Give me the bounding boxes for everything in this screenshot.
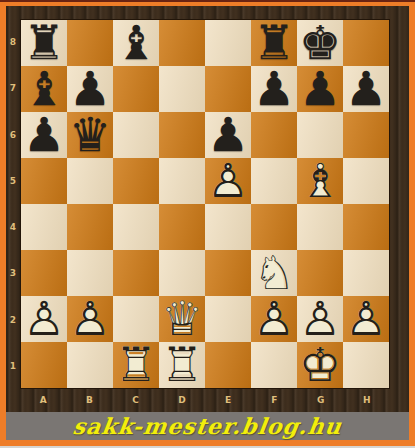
square-b4 [67, 204, 113, 250]
white-bishop: ♝♗ [297, 158, 343, 204]
black-pawn: ♟ [21, 112, 67, 158]
square-f8: ♜ [251, 20, 297, 66]
square-a5 [21, 158, 67, 204]
square-c4 [113, 204, 159, 250]
black-bishop: ♝ [21, 66, 67, 112]
square-f6 [251, 112, 297, 158]
square-h6 [343, 112, 389, 158]
square-b2: ♟♙ [67, 296, 113, 342]
square-b7: ♟ [67, 66, 113, 112]
square-f2: ♟♙ [251, 296, 297, 342]
square-g2: ♟♙ [297, 296, 343, 342]
wood-frame: 87654321 ABCDEFGH ♜♝♜♚♝♟♟♟♟♟♛♟♟♙♝♗♞♘♟♙♟♙… [6, 6, 409, 412]
square-g4 [297, 204, 343, 250]
square-e2 [205, 296, 251, 342]
file-label-e: E [205, 390, 251, 410]
watermark-text: sakk-mester.blog.hu [71, 413, 344, 439]
square-e7 [205, 66, 251, 112]
square-e4 [205, 204, 251, 250]
rank-labels: 87654321 [6, 19, 20, 389]
square-h3 [343, 250, 389, 296]
square-c2 [113, 296, 159, 342]
file-label-a: A [20, 390, 66, 410]
file-labels: ABCDEFGH [20, 390, 390, 410]
black-pawn: ♟ [205, 112, 251, 158]
square-a3 [21, 250, 67, 296]
square-f1 [251, 342, 297, 388]
square-h4 [343, 204, 389, 250]
square-g5: ♝♗ [297, 158, 343, 204]
file-label-g: G [298, 390, 344, 410]
square-d8 [159, 20, 205, 66]
top-edge-line [0, 0, 415, 2]
white-knight: ♞♘ [251, 250, 297, 296]
rank-label-6: 6 [6, 112, 20, 158]
white-pawn: ♟♙ [297, 296, 343, 342]
white-pawn: ♟♙ [205, 158, 251, 204]
black-rook: ♜ [21, 20, 67, 66]
rank-label-7: 7 [6, 65, 20, 111]
square-h2: ♟♙ [343, 296, 389, 342]
square-f5 [251, 158, 297, 204]
chess-diagram: 87654321 ABCDEFGH ♜♝♜♚♝♟♟♟♟♟♛♟♟♙♝♗♞♘♟♙♟♙… [0, 0, 415, 448]
black-rook: ♜ [251, 20, 297, 66]
square-b6: ♛ [67, 112, 113, 158]
white-pawn: ♟♙ [21, 296, 67, 342]
white-king: ♚♔ [297, 342, 343, 388]
file-label-c: C [113, 390, 159, 410]
square-c1: ♜♖ [113, 342, 159, 388]
square-b8 [67, 20, 113, 66]
square-d1: ♜♖ [159, 342, 205, 388]
square-d7 [159, 66, 205, 112]
square-a7: ♝ [21, 66, 67, 112]
square-c5 [113, 158, 159, 204]
square-e3 [205, 250, 251, 296]
white-pawn: ♟♙ [251, 296, 297, 342]
file-label-d: D [159, 390, 205, 410]
square-d5 [159, 158, 205, 204]
square-g8: ♚ [297, 20, 343, 66]
square-a2: ♟♙ [21, 296, 67, 342]
square-f7: ♟ [251, 66, 297, 112]
black-king: ♚ [297, 20, 343, 66]
square-h1 [343, 342, 389, 388]
black-pawn: ♟ [297, 66, 343, 112]
white-queen: ♛♕ [159, 296, 205, 342]
square-b1 [67, 342, 113, 388]
file-label-f: F [251, 390, 297, 410]
square-h5 [343, 158, 389, 204]
rank-label-3: 3 [6, 250, 20, 296]
white-rook: ♜♖ [113, 342, 159, 388]
rank-label-2: 2 [6, 297, 20, 343]
square-c7 [113, 66, 159, 112]
square-d4 [159, 204, 205, 250]
square-e8 [205, 20, 251, 66]
rank-label-1: 1 [6, 343, 20, 389]
white-rook: ♜♖ [159, 342, 205, 388]
black-bishop: ♝ [113, 20, 159, 66]
black-pawn: ♟ [343, 66, 389, 112]
square-g1: ♚♔ [297, 342, 343, 388]
black-queen: ♛ [67, 112, 113, 158]
square-e1 [205, 342, 251, 388]
rank-label-4: 4 [6, 204, 20, 250]
white-pawn: ♟♙ [67, 296, 113, 342]
rank-label-8: 8 [6, 19, 20, 65]
rank-label-5: 5 [6, 158, 20, 204]
square-a8: ♜ [21, 20, 67, 66]
square-b3 [67, 250, 113, 296]
square-h8 [343, 20, 389, 66]
black-pawn: ♟ [67, 66, 113, 112]
file-label-b: B [66, 390, 112, 410]
square-a4 [21, 204, 67, 250]
square-a6: ♟ [21, 112, 67, 158]
square-f3: ♞♘ [251, 250, 297, 296]
square-g6 [297, 112, 343, 158]
square-d2: ♛♕ [159, 296, 205, 342]
black-pawn: ♟ [251, 66, 297, 112]
square-g7: ♟ [297, 66, 343, 112]
square-e6: ♟ [205, 112, 251, 158]
square-d3 [159, 250, 205, 296]
square-c3 [113, 250, 159, 296]
square-g3 [297, 250, 343, 296]
square-d6 [159, 112, 205, 158]
white-pawn: ♟♙ [343, 296, 389, 342]
square-c8: ♝ [113, 20, 159, 66]
square-a1 [21, 342, 67, 388]
square-f4 [251, 204, 297, 250]
square-h7: ♟ [343, 66, 389, 112]
square-c6 [113, 112, 159, 158]
square-b5 [67, 158, 113, 204]
square-e5: ♟♙ [205, 158, 251, 204]
watermark-band: sakk-mester.blog.hu [6, 412, 409, 440]
file-label-h: H [344, 390, 390, 410]
board: ♜♝♜♚♝♟♟♟♟♟♛♟♟♙♝♗♞♘♟♙♟♙♛♕♟♙♟♙♟♙♜♖♜♖♚♔ [20, 19, 390, 389]
